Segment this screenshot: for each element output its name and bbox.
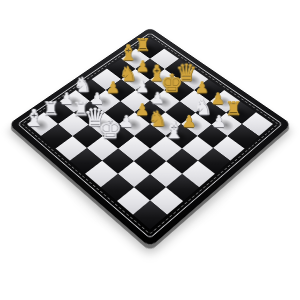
product-photo: ♜♛♟♟♜♝♟♝♚♞♟♞♟♟♟♟♟♞♝♞♟♟♟♜♛♚♜♝ — [0, 0, 300, 300]
piece-silver-pawn: ♟ — [136, 80, 150, 95]
piece-gold-knight: ♞ — [119, 65, 137, 85]
piece-silver-rook: ♜ — [42, 99, 59, 118]
piece-gold-pawn: ♟ — [135, 102, 149, 118]
piece-silver-bishop: ♝ — [24, 107, 45, 130]
piece-silver-pawn: ♟ — [151, 91, 165, 107]
piece-silver-king: ♚ — [99, 116, 123, 143]
square-g8: ♜ — [226, 101, 256, 124]
piece-silver-bishop: ♝ — [163, 119, 184, 142]
piece-silver-pawn: ♟ — [212, 114, 226, 130]
piece-gold-pawn: ♟ — [106, 80, 120, 95]
piece-silver-knight: ♞ — [194, 97, 213, 118]
piece-gold-pawn: ♟ — [195, 80, 209, 95]
piece-gold-rook: ♜ — [226, 99, 243, 118]
piece-gold-pawn: ♟ — [211, 91, 225, 107]
